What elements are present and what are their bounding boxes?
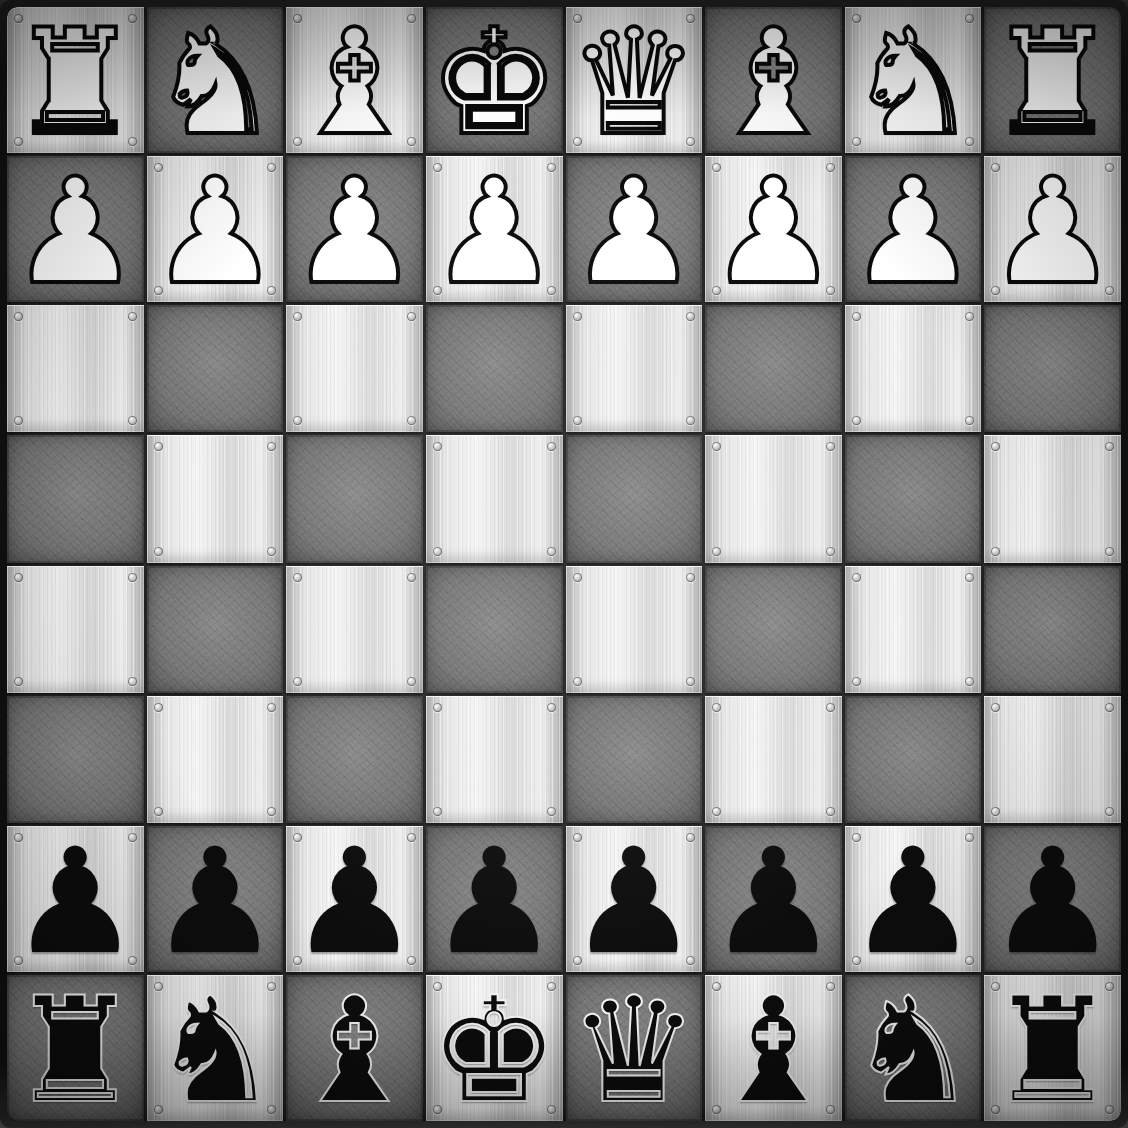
screw-icon [573, 416, 582, 425]
square-f6[interactable] [286, 696, 423, 823]
piece-black-pawn[interactable]: ♟ [708, 828, 839, 974]
screw-icon [293, 677, 302, 686]
screw-icon [407, 312, 416, 321]
square-c7[interactable]: ♟ [705, 826, 842, 972]
square-a3[interactable] [984, 305, 1121, 432]
screw-icon [826, 807, 835, 816]
screw-icon [547, 442, 556, 451]
square-f2[interactable]: ♟ [286, 156, 423, 302]
square-f4[interactable] [286, 435, 423, 562]
screw-icon [573, 312, 582, 321]
square-g3[interactable] [147, 305, 284, 432]
square-e8[interactable]: ♚ [426, 975, 563, 1121]
screw-icon [154, 442, 163, 451]
screw-icon [128, 573, 137, 582]
piece-black-king[interactable]: ♚ [429, 977, 560, 1121]
screw-icon [407, 677, 416, 686]
screw-icon [686, 677, 695, 686]
square-f1[interactable]: ♝ [286, 7, 423, 153]
square-b2[interactable]: ♟ [845, 156, 982, 302]
square-b4[interactable] [845, 435, 982, 562]
screw-icon [1105, 703, 1114, 712]
piece-black-pawn[interactable]: ♟ [987, 828, 1118, 974]
square-d3[interactable] [566, 305, 703, 432]
piece-black-pawn[interactable]: ♟ [10, 828, 141, 974]
screw-icon [128, 677, 137, 686]
screw-icon [547, 547, 556, 556]
piece-white-pawn[interactable]: ♟ [987, 158, 1118, 304]
square-a6[interactable] [984, 696, 1121, 823]
piece-white-king[interactable]: ♚ [429, 9, 560, 155]
square-d7[interactable]: ♟ [566, 826, 703, 972]
piece-white-pawn[interactable]: ♟ [289, 158, 420, 304]
square-a5[interactable] [984, 566, 1121, 693]
screw-icon [1105, 807, 1114, 816]
square-b3[interactable] [845, 305, 982, 432]
piece-black-pawn[interactable]: ♟ [568, 828, 699, 974]
square-b5[interactable] [845, 566, 982, 693]
screw-icon [991, 442, 1000, 451]
board: ♜♞♝♚♛♝♞♜♟♟♟♟♟♟♟♟♟♟♟♟♟♟♟♟♜♞♝♚♛♝♞♜ [7, 7, 1121, 1121]
screw-icon [686, 312, 695, 321]
square-h5[interactable] [7, 566, 144, 693]
square-b8[interactable]: ♞ [845, 975, 982, 1121]
square-e5[interactable] [426, 566, 563, 693]
square-c4[interactable] [705, 435, 842, 562]
piece-white-pawn[interactable]: ♟ [708, 158, 839, 304]
board-frame: ♜♞♝♚♛♝♞♜♟♟♟♟♟♟♟♟♟♟♟♟♟♟♟♟♜♞♝♚♛♝♞♜ [0, 0, 1128, 1128]
square-f5[interactable] [286, 566, 423, 693]
square-h1[interactable]: ♜ [7, 7, 144, 153]
square-g2[interactable]: ♟ [147, 156, 284, 302]
square-h4[interactable] [7, 435, 144, 562]
screw-icon [407, 573, 416, 582]
square-e6[interactable] [426, 696, 563, 823]
screw-icon [991, 703, 1000, 712]
square-e2[interactable]: ♟ [426, 156, 563, 302]
square-h6[interactable] [7, 696, 144, 823]
screw-icon [293, 573, 302, 582]
screw-icon [267, 442, 276, 451]
square-c1[interactable]: ♝ [705, 7, 842, 153]
piece-black-knight[interactable]: ♞ [149, 977, 280, 1121]
square-d2[interactable]: ♟ [566, 156, 703, 302]
square-d5[interactable] [566, 566, 703, 693]
screw-icon [154, 807, 163, 816]
piece-white-rook[interactable]: ♜ [987, 9, 1118, 155]
screw-icon [826, 703, 835, 712]
piece-black-knight[interactable]: ♞ [848, 977, 979, 1121]
square-f8[interactable]: ♝ [286, 975, 423, 1121]
screw-icon [852, 677, 861, 686]
screw-icon [965, 312, 974, 321]
square-g1[interactable]: ♞ [147, 7, 284, 153]
square-c5[interactable] [705, 566, 842, 693]
screw-icon [991, 807, 1000, 816]
square-h3[interactable] [7, 305, 144, 432]
piece-black-pawn[interactable]: ♟ [289, 828, 420, 974]
piece-white-pawn[interactable]: ♟ [429, 158, 560, 304]
piece-white-pawn[interactable]: ♟ [149, 158, 280, 304]
piece-white-rook[interactable]: ♜ [10, 9, 141, 155]
piece-white-pawn[interactable]: ♟ [10, 158, 141, 304]
screw-icon [573, 573, 582, 582]
screw-icon [293, 312, 302, 321]
square-g5[interactable] [147, 566, 284, 693]
square-e1[interactable]: ♚ [426, 7, 563, 153]
screw-icon [128, 312, 137, 321]
square-e3[interactable] [426, 305, 563, 432]
screw-icon [433, 807, 442, 816]
screw-icon [686, 573, 695, 582]
square-b1[interactable]: ♞ [845, 7, 982, 153]
piece-black-rook[interactable]: ♜ [10, 977, 141, 1121]
screw-icon [573, 677, 582, 686]
square-g8[interactable]: ♞ [147, 975, 284, 1121]
screw-icon [14, 573, 23, 582]
screw-icon [154, 547, 163, 556]
piece-white-pawn[interactable]: ♟ [568, 158, 699, 304]
screw-icon [14, 416, 23, 425]
screw-icon [991, 547, 1000, 556]
screw-icon [965, 677, 974, 686]
square-c2[interactable]: ♟ [705, 156, 842, 302]
square-e4[interactable] [426, 435, 563, 562]
square-h8[interactable]: ♜ [7, 975, 144, 1121]
square-h7[interactable]: ♟ [7, 826, 144, 972]
square-f3[interactable] [286, 305, 423, 432]
square-a4[interactable] [984, 435, 1121, 562]
square-b7[interactable]: ♟ [845, 826, 982, 972]
screw-icon [852, 312, 861, 321]
piece-white-bishop[interactable]: ♝ [289, 9, 420, 155]
screw-icon [267, 807, 276, 816]
square-d8[interactable]: ♛ [566, 975, 703, 1121]
piece-white-queen[interactable]: ♛ [568, 9, 699, 155]
screw-icon [826, 547, 835, 556]
square-g6[interactable] [147, 696, 284, 823]
square-a2[interactable]: ♟ [984, 156, 1121, 302]
piece-white-knight[interactable]: ♞ [848, 9, 979, 155]
piece-black-bishop[interactable]: ♝ [708, 977, 839, 1121]
piece-black-queen[interactable]: ♛ [568, 977, 699, 1121]
screw-icon [547, 703, 556, 712]
square-d1[interactable]: ♛ [566, 7, 703, 153]
screw-icon [547, 807, 556, 816]
square-b6[interactable] [845, 696, 982, 823]
screw-icon [712, 442, 721, 451]
screw-icon [293, 416, 302, 425]
screw-icon [712, 703, 721, 712]
piece-black-bishop[interactable]: ♝ [289, 977, 420, 1121]
screw-icon [712, 807, 721, 816]
screw-icon [433, 703, 442, 712]
square-d6[interactable] [566, 696, 703, 823]
piece-white-bishop[interactable]: ♝ [708, 9, 839, 155]
screw-icon [1105, 547, 1114, 556]
screw-icon [128, 416, 137, 425]
screw-icon [267, 547, 276, 556]
square-c6[interactable] [705, 696, 842, 823]
piece-black-pawn[interactable]: ♟ [429, 828, 560, 974]
screw-icon [154, 703, 163, 712]
square-g4[interactable] [147, 435, 284, 562]
screw-icon [965, 573, 974, 582]
square-c8[interactable]: ♝ [705, 975, 842, 1121]
screw-icon [14, 677, 23, 686]
screw-icon [267, 703, 276, 712]
square-d4[interactable] [566, 435, 703, 562]
square-e7[interactable]: ♟ [426, 826, 563, 972]
screw-icon [965, 416, 974, 425]
piece-white-pawn[interactable]: ♟ [848, 158, 979, 304]
screw-icon [433, 442, 442, 451]
square-f7[interactable]: ♟ [286, 826, 423, 972]
screw-icon [826, 442, 835, 451]
square-c3[interactable] [705, 305, 842, 432]
screw-icon [1105, 442, 1114, 451]
screw-icon [712, 547, 721, 556]
screw-icon [14, 312, 23, 321]
piece-black-pawn[interactable]: ♟ [848, 828, 979, 974]
screw-icon [433, 547, 442, 556]
piece-white-knight[interactable]: ♞ [149, 9, 280, 155]
piece-black-rook[interactable]: ♜ [987, 977, 1118, 1121]
piece-black-pawn[interactable]: ♟ [149, 828, 280, 974]
square-a8[interactable]: ♜ [984, 975, 1121, 1121]
screw-icon [852, 416, 861, 425]
screw-icon [852, 573, 861, 582]
screw-icon [686, 416, 695, 425]
square-a7[interactable]: ♟ [984, 826, 1121, 972]
square-a1[interactable]: ♜ [984, 7, 1121, 153]
square-h2[interactable]: ♟ [7, 156, 144, 302]
square-g7[interactable]: ♟ [147, 826, 284, 972]
screw-icon [407, 416, 416, 425]
